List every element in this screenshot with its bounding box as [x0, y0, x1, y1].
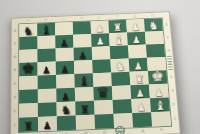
square-d3[interactable]	[75, 87, 94, 102]
square-h2[interactable]: ♝	[150, 98, 170, 113]
square-f4[interactable]	[111, 72, 130, 86]
coord-file-g: g	[133, 128, 152, 134]
square-a5[interactable]: ♚	[19, 62, 37, 76]
square-f6[interactable]	[110, 45, 129, 59]
square-g5[interactable]: ♟	[129, 58, 148, 72]
black-pawn-c3[interactable]: ♟	[56, 92, 75, 103]
square-c5[interactable]: ♟	[56, 61, 75, 75]
square-a3[interactable]	[19, 89, 38, 104]
coord-rank-right-8: 8	[164, 18, 170, 31]
square-c6[interactable]	[55, 48, 73, 62]
square-d7[interactable]	[73, 34, 91, 48]
square-e7[interactable]: ♟	[91, 33, 110, 47]
square-e5[interactable]	[92, 59, 111, 73]
square-d2[interactable]: ♜	[75, 101, 94, 116]
coord-rank-right-1: 1	[172, 111, 178, 125]
black-pawn-b1[interactable]: ♟	[38, 121, 57, 132]
square-h3[interactable]: ♟	[149, 84, 169, 99]
black-pawn-d6[interactable]: ♟	[74, 50, 93, 60]
black-knight-a8[interactable]: ♞	[19, 25, 37, 37]
square-g2[interactable]: ♟	[131, 98, 151, 113]
black-queen-e3[interactable]: ♛	[93, 85, 112, 100]
square-c7[interactable]: ♟	[55, 35, 73, 49]
white-pawn-e8[interactable]: ♟	[91, 24, 109, 34]
square-f5[interactable]: ♞	[110, 58, 129, 72]
black-pawn-b5[interactable]: ♟	[37, 65, 56, 75]
coord-rank-4: 4	[12, 77, 17, 91]
square-f7[interactable]: ♝	[109, 32, 128, 46]
board-brand-mark	[167, 55, 173, 70]
white-pawn-g5[interactable]: ♟	[129, 61, 148, 71]
white-pawn-g2[interactable]: ♟	[132, 102, 151, 113]
square-a2[interactable]	[19, 103, 38, 118]
coord-rank-1: 1	[12, 118, 17, 132]
black-rook-a1[interactable]: ♜	[19, 120, 38, 132]
square-a4[interactable]	[19, 76, 38, 90]
coord-rank-right-4: 4	[168, 70, 174, 84]
square-e2[interactable]	[94, 100, 113, 115]
board-grid: ♞♝♟♜♟♞♟♟♝♟♟♚♟♟♞♟♝♜♚♟♛♟♟♞♜♟♝♜♟	[19, 18, 171, 132]
square-f8[interactable]: ♜	[108, 20, 127, 33]
coord-rank-right-7: 7	[165, 31, 171, 44]
white-king-h4[interactable]: ♚	[148, 69, 167, 84]
square-b5[interactable]: ♟	[37, 62, 55, 76]
square-h6[interactable]	[146, 44, 165, 58]
square-f2[interactable]	[113, 99, 133, 114]
square-a1[interactable]: ♜	[19, 117, 38, 132]
square-c8[interactable]	[55, 22, 73, 35]
chess-board-photo: ♞♝♟♜♟♞♟♟♝♟♟♚♟♟♞♟♝♜♚♟♛♟♟♞♜♟♝♜♟ abcdefgh a…	[0, 0, 200, 134]
square-a8[interactable]: ♞	[19, 24, 37, 37]
square-d1[interactable]	[76, 115, 95, 130]
square-g7[interactable]: ♟	[127, 32, 146, 46]
square-d8[interactable]	[73, 21, 91, 34]
square-b4[interactable]	[38, 75, 57, 89]
square-c1[interactable]	[57, 115, 76, 130]
square-g8[interactable]: ♟	[126, 19, 145, 32]
square-b3[interactable]	[38, 88, 57, 103]
square-b6[interactable]	[37, 48, 55, 62]
square-e1[interactable]	[94, 114, 114, 129]
square-h8[interactable]: ♞	[144, 18, 163, 31]
square-e8[interactable]: ♟	[91, 21, 109, 34]
coord-rank-6: 6	[13, 50, 18, 63]
square-d4[interactable]: ♝	[74, 73, 93, 87]
coord-rank-7: 7	[13, 37, 18, 50]
black-king-a5[interactable]: ♚	[19, 61, 38, 76]
square-c4[interactable]	[56, 74, 75, 88]
white-pawn-g8[interactable]: ♟	[127, 22, 145, 32]
black-bishop-d4[interactable]: ♝	[74, 74, 93, 87]
coord-rank-8: 8	[13, 24, 18, 37]
white-pawn-e7[interactable]: ♟	[91, 37, 109, 47]
white-rook-g4[interactable]: ♜	[130, 74, 149, 85]
square-f1[interactable]	[113, 113, 133, 128]
square-g6[interactable]	[128, 45, 147, 59]
square-c3[interactable]: ♟	[56, 88, 75, 103]
square-b7[interactable]	[37, 35, 55, 49]
coord-rank-5: 5	[12, 63, 17, 77]
black-rook-d2[interactable]: ♜	[75, 104, 94, 116]
coord-rank-right-3: 3	[169, 83, 175, 97]
black-knight-c2[interactable]: ♞	[56, 104, 75, 117]
square-e6[interactable]	[92, 46, 111, 60]
square-d6[interactable]: ♟	[74, 47, 93, 61]
black-pawn-c7[interactable]: ♟	[55, 38, 73, 48]
square-g4[interactable]: ♜	[130, 71, 149, 85]
square-a7[interactable]	[19, 36, 37, 50]
black-pawn-c5[interactable]: ♟	[56, 65, 75, 75]
coord-rank-right-2: 2	[171, 97, 177, 111]
square-c2[interactable]: ♞	[57, 101, 76, 116]
square-h7[interactable]	[145, 31, 164, 45]
coord-file-d: d	[76, 131, 95, 134]
coord-file-h: h	[152, 128, 171, 134]
coord-file-a: a	[19, 133, 38, 134]
white-bishop-f7[interactable]: ♝	[109, 33, 128, 46]
square-d5[interactable]	[74, 60, 93, 74]
square-b8[interactable]: ♝	[37, 23, 55, 36]
white-knight-h8[interactable]: ♞	[144, 20, 162, 32]
square-e3[interactable]: ♛	[93, 86, 112, 101]
white-pawn-h3[interactable]: ♟	[149, 88, 168, 99]
square-b1[interactable]: ♟	[38, 116, 57, 131]
coord-rank-3: 3	[12, 90, 17, 104]
coord-file-b: b	[38, 132, 57, 134]
white-pawn-g3[interactable]: ♟	[131, 89, 150, 100]
black-bishop-b8[interactable]: ♝	[37, 23, 55, 36]
square-b2[interactable]	[38, 102, 57, 117]
square-h1[interactable]	[151, 112, 171, 127]
white-pawn-g7[interactable]: ♟	[127, 35, 146, 45]
white-knight-f5[interactable]: ♞	[111, 60, 130, 72]
square-h4[interactable]: ♚	[148, 70, 168, 84]
chess-board: ♞♝♟♜♟♞♟♟♝♟♟♚♟♟♞♟♝♜♚♟♛♟♟♞♜♟♝♜♟ abcdefgh a…	[10, 11, 181, 134]
coord-file-e: e	[95, 130, 114, 134]
square-g3[interactable]: ♟	[130, 85, 150, 100]
coord-file-c: c	[57, 132, 76, 134]
square-f3[interactable]	[112, 85, 131, 100]
white-bishop-h2[interactable]: ♝	[150, 99, 169, 113]
square-g1[interactable]	[132, 112, 152, 127]
coord-rank-2: 2	[12, 104, 17, 118]
rank-labels-left: 87654321	[12, 24, 17, 132]
